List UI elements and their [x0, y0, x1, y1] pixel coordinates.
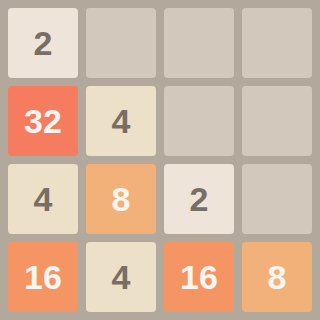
tile-2-r1c1: 2 — [8, 8, 78, 78]
empty-cell-r1c2 — [86, 8, 156, 78]
tile-16-r4c3: 16 — [164, 242, 234, 312]
tile-16-r4c1: 16 — [8, 242, 78, 312]
empty-cell-r1c4 — [242, 8, 312, 78]
tile-4-r2c2: 4 — [86, 86, 156, 156]
tile-4-r4c2: 4 — [86, 242, 156, 312]
empty-cell-r2c3 — [164, 86, 234, 156]
empty-cell-r2c4 — [242, 86, 312, 156]
empty-cell-r1c3 — [164, 8, 234, 78]
tile-2-r3c3: 2 — [164, 164, 234, 234]
tile-4-r3c1: 4 — [8, 164, 78, 234]
tile-8-r4c4: 8 — [242, 242, 312, 312]
tile-8-r3c2: 8 — [86, 164, 156, 234]
empty-cell-r3c4 — [242, 164, 312, 234]
tile-32-r2c1: 32 — [8, 86, 78, 156]
board-2048[interactable]: 2324482164168 — [0, 0, 320, 320]
